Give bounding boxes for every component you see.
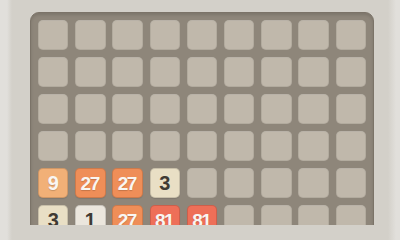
board-cell-empty [336, 168, 366, 198]
tile-1: 1 [75, 205, 105, 225]
board-cell-empty [75, 20, 105, 50]
board-cell-empty [261, 20, 291, 50]
board-cell-empty [224, 205, 254, 225]
board-cell-empty [298, 57, 328, 87]
board-cell-empty [224, 168, 254, 198]
board-cell-empty [150, 94, 180, 124]
board-cell-empty [224, 57, 254, 87]
board-cell-empty [261, 57, 291, 87]
board-cell-empty [112, 131, 142, 161]
board-cell-empty [187, 168, 217, 198]
board-cell-empty [75, 94, 105, 124]
board-cell-empty [336, 20, 366, 50]
board-cell-empty [298, 168, 328, 198]
board-cell-empty [298, 131, 328, 161]
board-cell-empty [261, 131, 291, 161]
board-cell-empty [187, 131, 217, 161]
game-page: { "game": "2048-style sliding tile puzzl… [0, 0, 400, 225]
board-cell-empty [298, 205, 328, 225]
tile-27: 27 [75, 168, 105, 198]
board-cell-empty [187, 57, 217, 87]
board-cell-empty [75, 131, 105, 161]
board-cell-empty [261, 205, 291, 225]
board-cell-empty [112, 57, 142, 87]
board-cell-empty [298, 94, 328, 124]
tile-9: 9 [38, 168, 68, 198]
board-cell-empty [336, 131, 366, 161]
board-cell-empty [224, 20, 254, 50]
game-board[interactable]: 92727331278181 [30, 12, 374, 225]
board-cell-empty [224, 94, 254, 124]
tile-27: 27 [112, 205, 142, 225]
board-cell-empty [336, 205, 366, 225]
board-cell-empty [298, 20, 328, 50]
board-cell-empty [187, 20, 217, 50]
board-cell-empty [150, 20, 180, 50]
board-cell-empty [336, 94, 366, 124]
board-cell-empty [224, 131, 254, 161]
board-cell-empty [261, 94, 291, 124]
board-cell-empty [187, 94, 217, 124]
tile-3: 3 [38, 205, 68, 225]
board-cell-empty [112, 94, 142, 124]
tile-3: 3 [150, 168, 180, 198]
board-cell-empty [38, 94, 68, 124]
board-cell-empty [150, 131, 180, 161]
tile-81: 81 [187, 205, 217, 225]
board-cell-empty [38, 57, 68, 87]
tile-27: 27 [112, 168, 142, 198]
tile-81: 81 [150, 205, 180, 225]
board-cell-empty [112, 20, 142, 50]
board-cell-empty [336, 57, 366, 87]
board-cell-empty [38, 20, 68, 50]
board-cell-empty [261, 168, 291, 198]
board-cell-empty [38, 131, 68, 161]
board-cell-empty [150, 57, 180, 87]
board-cell-empty [75, 57, 105, 87]
